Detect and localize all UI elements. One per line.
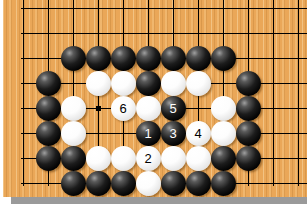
board-grid: 651342 bbox=[11, 0, 308, 196]
grid-line-v bbox=[248, 171, 249, 186]
intersection[interactable] bbox=[11, 121, 36, 146]
intersection[interactable] bbox=[61, 0, 86, 21]
white-stone bbox=[111, 146, 136, 171]
grid-line-v bbox=[223, 0, 224, 21]
intersection[interactable] bbox=[161, 0, 186, 21]
intersection[interactable] bbox=[186, 46, 211, 71]
black-stone bbox=[236, 71, 261, 96]
grid-line-v bbox=[73, 0, 74, 21]
white-stone bbox=[61, 121, 86, 146]
intersection[interactable] bbox=[211, 21, 236, 46]
grid-line-v bbox=[98, 0, 99, 21]
intersection[interactable]: 3 bbox=[161, 121, 186, 146]
intersection[interactable] bbox=[111, 0, 136, 21]
intersection[interactable] bbox=[261, 96, 286, 121]
intersection[interactable] bbox=[86, 71, 111, 96]
grid-line-v bbox=[298, 0, 299, 21]
intersection[interactable] bbox=[11, 146, 36, 171]
grid-line-h bbox=[286, 58, 308, 59]
board-shadow bbox=[11, 197, 307, 204]
intersection[interactable] bbox=[286, 21, 308, 46]
black-stone bbox=[136, 71, 161, 96]
grid-line-v bbox=[248, 0, 249, 21]
grid-line-v bbox=[148, 0, 149, 21]
intersection[interactable] bbox=[211, 0, 236, 21]
black-stone bbox=[236, 121, 261, 146]
intersection[interactable] bbox=[86, 96, 111, 121]
intersection[interactable]: 5 bbox=[161, 96, 186, 121]
intersection[interactable] bbox=[261, 171, 286, 196]
intersection[interactable] bbox=[261, 0, 286, 21]
intersection[interactable] bbox=[161, 71, 186, 96]
grid-line-v bbox=[198, 96, 199, 121]
grid-line-v bbox=[273, 21, 274, 46]
intersection[interactable] bbox=[61, 21, 86, 46]
intersection[interactable] bbox=[186, 146, 211, 171]
intersection[interactable] bbox=[186, 96, 211, 121]
intersection[interactable] bbox=[161, 21, 186, 46]
grid-line-v bbox=[73, 21, 74, 46]
black-stone bbox=[36, 146, 61, 171]
intersection[interactable] bbox=[286, 0, 308, 21]
intersection[interactable] bbox=[236, 0, 261, 21]
white-stone bbox=[61, 96, 86, 121]
intersection[interactable] bbox=[11, 46, 36, 71]
grid-line-v bbox=[198, 21, 199, 46]
intersection[interactable] bbox=[136, 96, 161, 121]
black-stone bbox=[211, 46, 236, 71]
intersection[interactable] bbox=[261, 121, 286, 146]
intersection[interactable] bbox=[36, 171, 61, 196]
grid-line-v bbox=[298, 121, 299, 146]
grid-line-h bbox=[286, 133, 308, 134]
intersection[interactable] bbox=[211, 171, 236, 196]
grid-line-v bbox=[98, 121, 99, 146]
intersection[interactable] bbox=[36, 71, 61, 96]
intersection[interactable] bbox=[286, 121, 308, 146]
black-stone bbox=[161, 46, 186, 71]
black-stone bbox=[186, 46, 211, 71]
intersection[interactable] bbox=[236, 71, 261, 96]
intersection[interactable] bbox=[186, 71, 211, 96]
go-board[interactable]: 651342 bbox=[3, 0, 307, 197]
intersection[interactable] bbox=[236, 46, 261, 71]
intersection[interactable] bbox=[136, 0, 161, 21]
grid-line-v bbox=[173, 0, 174, 21]
intersection[interactable] bbox=[211, 146, 236, 171]
grid-line-v bbox=[98, 21, 99, 46]
grid-line-v bbox=[248, 46, 249, 71]
intersection[interactable] bbox=[61, 46, 86, 71]
grid-line-h bbox=[286, 33, 308, 34]
move-number-label: 4 bbox=[186, 121, 211, 146]
intersection[interactable] bbox=[111, 46, 136, 71]
black-stone bbox=[161, 171, 186, 196]
move-number-label: 5 bbox=[161, 96, 186, 121]
grid-line-v bbox=[23, 0, 24, 21]
white-stone bbox=[136, 96, 161, 121]
white-stone bbox=[161, 71, 186, 96]
intersection[interactable] bbox=[236, 96, 261, 121]
grid-line-v bbox=[298, 96, 299, 121]
grid-line-v bbox=[298, 146, 299, 171]
intersection[interactable] bbox=[61, 121, 86, 146]
intersection[interactable] bbox=[286, 96, 308, 121]
intersection[interactable]: 2 bbox=[136, 146, 161, 171]
white-stone bbox=[211, 96, 236, 121]
intersection[interactable] bbox=[111, 146, 136, 171]
intersection[interactable] bbox=[136, 21, 161, 46]
intersection[interactable] bbox=[36, 0, 61, 21]
intersection[interactable] bbox=[211, 71, 236, 96]
white-stone bbox=[136, 171, 161, 196]
black-stone bbox=[111, 171, 136, 196]
black-stone bbox=[236, 96, 261, 121]
grid-line-v bbox=[223, 71, 224, 96]
black-stone bbox=[61, 146, 86, 171]
intersection[interactable] bbox=[86, 21, 111, 46]
grid-line-v bbox=[148, 21, 149, 46]
grid-line-v bbox=[273, 96, 274, 121]
white-stone bbox=[111, 71, 136, 96]
grid-line-h bbox=[286, 8, 308, 9]
grid-line-v bbox=[48, 46, 49, 71]
grid-line-v bbox=[298, 71, 299, 96]
intersection[interactable] bbox=[261, 46, 286, 71]
intersection[interactable] bbox=[11, 0, 36, 21]
intersection[interactable] bbox=[261, 146, 286, 171]
white-stone bbox=[186, 71, 211, 96]
white-stone bbox=[211, 121, 236, 146]
intersection[interactable] bbox=[86, 171, 111, 196]
grid-line-v bbox=[23, 71, 24, 96]
white-stone bbox=[186, 146, 211, 171]
black-stone bbox=[211, 146, 236, 171]
intersection[interactable] bbox=[211, 96, 236, 121]
grid-line-v bbox=[123, 0, 124, 21]
intersection[interactable] bbox=[186, 171, 211, 196]
intersection[interactable] bbox=[161, 146, 186, 171]
intersection[interactable] bbox=[86, 146, 111, 171]
intersection[interactable] bbox=[111, 71, 136, 96]
intersection[interactable] bbox=[86, 46, 111, 71]
intersection[interactable] bbox=[161, 171, 186, 196]
intersection[interactable] bbox=[286, 46, 308, 71]
intersection[interactable] bbox=[236, 146, 261, 171]
black-stone bbox=[86, 171, 111, 196]
grid-line-v bbox=[298, 171, 299, 186]
black-stone bbox=[236, 146, 261, 171]
grid-line-h bbox=[286, 83, 308, 84]
intersection[interactable] bbox=[11, 71, 36, 96]
intersection[interactable] bbox=[11, 21, 36, 46]
black-stone bbox=[36, 121, 61, 146]
grid-line-v bbox=[298, 46, 299, 71]
grid-line-v bbox=[273, 46, 274, 71]
white-stone bbox=[86, 146, 111, 171]
grid-line-v bbox=[273, 146, 274, 171]
intersection[interactable] bbox=[136, 71, 161, 96]
grid-line-v bbox=[23, 171, 24, 186]
grid-line-v bbox=[198, 0, 199, 21]
black-stone bbox=[136, 46, 161, 71]
move-number-label: 6 bbox=[111, 96, 136, 121]
grid-line-v bbox=[273, 0, 274, 21]
grid-line-h bbox=[286, 183, 308, 184]
go-diagram: 651342 bbox=[0, 0, 307, 210]
intersection[interactable] bbox=[11, 96, 36, 121]
intersection[interactable] bbox=[36, 46, 61, 71]
grid-line-v bbox=[123, 121, 124, 146]
grid-line-v bbox=[48, 0, 49, 21]
intersection[interactable] bbox=[236, 171, 261, 196]
intersection[interactable] bbox=[36, 96, 61, 121]
intersection[interactable] bbox=[11, 171, 36, 196]
intersection[interactable] bbox=[61, 171, 86, 196]
intersection[interactable] bbox=[61, 71, 86, 96]
grid-line-v bbox=[273, 171, 274, 186]
intersection[interactable]: 4 bbox=[186, 121, 211, 146]
intersection[interactable] bbox=[111, 171, 136, 196]
intersection[interactable] bbox=[261, 71, 286, 96]
intersection[interactable] bbox=[136, 171, 161, 196]
intersection[interactable] bbox=[36, 121, 61, 146]
grid-line-h bbox=[286, 108, 308, 109]
grid-line-v bbox=[23, 21, 24, 46]
grid-line-h bbox=[286, 158, 308, 159]
grid-line-v bbox=[173, 21, 174, 46]
move-number-label: 3 bbox=[161, 121, 186, 146]
hoshi-point bbox=[96, 106, 101, 111]
black-stone bbox=[61, 171, 86, 196]
black-stone bbox=[86, 46, 111, 71]
intersection[interactable] bbox=[86, 0, 111, 21]
intersection[interactable] bbox=[211, 46, 236, 71]
grid-line-v bbox=[23, 146, 24, 171]
grid-line-v bbox=[73, 71, 74, 96]
white-stone bbox=[86, 71, 111, 96]
move-number-label: 2 bbox=[136, 146, 161, 171]
intersection[interactable] bbox=[186, 0, 211, 21]
intersection[interactable] bbox=[286, 71, 308, 96]
grid-line-v bbox=[48, 21, 49, 46]
white-stone bbox=[161, 146, 186, 171]
black-stone bbox=[111, 46, 136, 71]
intersection[interactable] bbox=[236, 21, 261, 46]
intersection[interactable] bbox=[61, 146, 86, 171]
grid-line-v bbox=[223, 21, 224, 46]
intersection[interactable] bbox=[36, 146, 61, 171]
intersection[interactable] bbox=[136, 46, 161, 71]
grid-line-v bbox=[248, 21, 249, 46]
black-stone bbox=[61, 46, 86, 71]
intersection[interactable] bbox=[86, 121, 111, 146]
grid-line-v bbox=[273, 121, 274, 146]
grid-line-v bbox=[23, 46, 24, 71]
black-stone bbox=[36, 96, 61, 121]
intersection[interactable] bbox=[186, 21, 211, 46]
intersection[interactable] bbox=[261, 21, 286, 46]
grid-line-v bbox=[123, 21, 124, 46]
grid-line-v bbox=[48, 171, 49, 186]
grid-line-v bbox=[23, 121, 24, 146]
grid-line-v bbox=[298, 21, 299, 46]
grid-line-v bbox=[23, 96, 24, 121]
black-stone bbox=[211, 171, 236, 196]
intersection[interactable] bbox=[111, 121, 136, 146]
intersection[interactable] bbox=[286, 171, 308, 196]
black-stone bbox=[186, 171, 211, 196]
intersection[interactable] bbox=[161, 46, 186, 71]
intersection[interactable]: 6 bbox=[111, 96, 136, 121]
grid-line-v bbox=[273, 71, 274, 96]
intersection[interactable] bbox=[36, 21, 61, 46]
intersection[interactable] bbox=[61, 96, 86, 121]
intersection[interactable] bbox=[286, 146, 308, 171]
black-stone bbox=[36, 71, 61, 96]
intersection[interactable] bbox=[211, 121, 236, 146]
move-number-label: 1 bbox=[136, 121, 161, 146]
intersection[interactable] bbox=[236, 121, 261, 146]
intersection[interactable] bbox=[111, 21, 136, 46]
intersection[interactable]: 1 bbox=[136, 121, 161, 146]
